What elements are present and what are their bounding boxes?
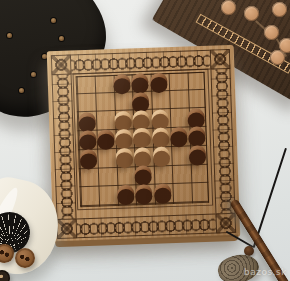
watermark: bazos.sk	[244, 267, 287, 277]
copper-disc	[264, 25, 279, 40]
rivet-icon	[31, 72, 36, 77]
copper-disc	[244, 6, 259, 21]
board-cell[interactable]	[115, 131, 134, 150]
board-cell[interactable]	[77, 77, 96, 96]
attacker-piece[interactable]	[154, 183, 172, 201]
defender-piece[interactable]	[134, 147, 152, 165]
board-cell[interactable]	[97, 150, 116, 169]
board-cell[interactable]	[114, 112, 133, 131]
attacker-piece[interactable]	[188, 145, 206, 163]
rivet-icon	[7, 33, 12, 38]
attacker-piece[interactable]	[187, 108, 205, 126]
rivet-icon	[51, 18, 56, 23]
board-cell[interactable]	[188, 147, 207, 166]
board-cell[interactable]	[79, 150, 98, 169]
board-cell[interactable]	[170, 147, 189, 166]
board-cell[interactable]	[149, 74, 168, 93]
board-cell[interactable]	[150, 111, 169, 130]
copper-disc	[270, 50, 285, 65]
attacker-piece[interactable]	[135, 184, 153, 202]
board-cell[interactable]	[114, 94, 133, 113]
board-cell[interactable]	[186, 91, 205, 110]
board-cell[interactable]	[134, 148, 153, 167]
attacker-piece[interactable]	[113, 74, 131, 92]
board-cell[interactable]	[187, 128, 206, 147]
knotwork-corner	[51, 54, 72, 75]
board-cell[interactable]	[152, 166, 171, 185]
board-grid	[76, 72, 209, 207]
board-cell[interactable]	[151, 129, 170, 148]
attacker-piece[interactable]	[97, 130, 115, 148]
board-cell[interactable]	[80, 169, 99, 188]
wooden-button-token	[15, 248, 35, 268]
photo-scene: bazos.sk	[0, 0, 290, 281]
attacker-piece[interactable]	[79, 131, 97, 149]
knotwork-corner	[210, 49, 231, 70]
board-cell[interactable]	[113, 75, 132, 94]
tafl-board	[47, 45, 241, 243]
defender-piece[interactable]	[115, 129, 133, 147]
attacker-piece[interactable]	[135, 166, 153, 184]
board-cell[interactable]	[185, 73, 204, 92]
defender-piece[interactable]	[116, 148, 134, 166]
board-cell[interactable]	[134, 167, 153, 186]
attacker-piece[interactable]	[150, 73, 168, 91]
attacker-piece[interactable]	[78, 112, 96, 130]
defender-piece[interactable]	[152, 128, 170, 146]
board-cell[interactable]	[97, 131, 116, 150]
attacker-piece[interactable]	[188, 127, 206, 145]
defender-piece[interactable]	[133, 110, 151, 128]
defender-piece[interactable]	[152, 146, 170, 164]
board-cell[interactable]	[96, 113, 115, 132]
attacker-piece[interactable]	[170, 127, 188, 145]
board-cell[interactable]	[117, 186, 136, 205]
board-cell[interactable]	[98, 168, 117, 187]
board-cell[interactable]	[132, 93, 151, 112]
defender-piece[interactable]	[115, 111, 133, 129]
board-cell[interactable]	[95, 76, 114, 95]
attacker-piece[interactable]	[80, 149, 98, 167]
board-cell[interactable]	[99, 187, 118, 206]
board-cell[interactable]	[153, 185, 172, 204]
board-cell[interactable]	[150, 93, 169, 112]
board-cell[interactable]	[189, 165, 208, 184]
king-piece[interactable]	[133, 128, 152, 147]
board-cell[interactable]	[116, 167, 135, 186]
board-cell[interactable]	[169, 110, 188, 129]
rivet-icon	[59, 36, 64, 41]
board-cell[interactable]	[95, 94, 114, 113]
attacker-piece[interactable]	[132, 92, 150, 110]
board-cell[interactable]	[187, 110, 206, 129]
board-cell[interactable]	[131, 75, 150, 94]
board-cell[interactable]	[78, 113, 97, 132]
defender-piece[interactable]	[151, 110, 169, 128]
attacker-piece[interactable]	[117, 185, 135, 203]
copper-disc	[272, 2, 287, 17]
board-cell[interactable]	[167, 73, 186, 92]
board-cell[interactable]	[189, 183, 208, 202]
board-cell[interactable]	[79, 132, 98, 151]
board-cell[interactable]	[135, 185, 154, 204]
board-cell[interactable]	[171, 184, 190, 203]
attacker-piece[interactable]	[132, 73, 150, 91]
board-cell[interactable]	[152, 148, 171, 167]
copper-disc	[221, 0, 236, 15]
board-cell[interactable]	[77, 95, 96, 114]
board-cell[interactable]	[168, 92, 187, 111]
board-cell[interactable]	[169, 129, 188, 148]
board-cell[interactable]	[170, 166, 189, 185]
board-cell[interactable]	[115, 149, 134, 168]
board-cell[interactable]	[80, 187, 99, 206]
rivet-icon	[19, 88, 24, 93]
knotwork-corner	[57, 218, 78, 239]
board-cell[interactable]	[133, 130, 152, 149]
